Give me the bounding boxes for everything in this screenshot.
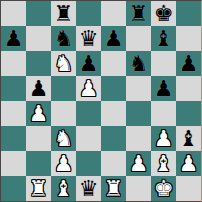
square-f6[interactable]: ♞	[126, 51, 151, 76]
black-rook-piece: ♜	[54, 1, 74, 26]
square-d4[interactable]	[76, 101, 101, 126]
square-e2[interactable]	[101, 151, 126, 176]
black-bishop-piece: ♝	[179, 126, 199, 151]
white-knight-piece: ♞	[54, 51, 74, 76]
black-pawn-piece: ♟	[104, 26, 124, 51]
square-g1[interactable]: ♚	[151, 176, 176, 201]
square-f2[interactable]: ♟	[126, 151, 151, 176]
square-g3[interactable]: ♟	[151, 126, 176, 151]
square-h8[interactable]	[176, 1, 201, 26]
chess-board: ♜♜♚♟♞♛♟♝♞♟♞♟♟♟♟♟♞♟♝♟♟♝♟♜♝♛♜♚	[0, 0, 202, 202]
square-h2[interactable]: ♟	[176, 151, 201, 176]
square-e7[interactable]: ♟	[101, 26, 126, 51]
square-a6[interactable]	[1, 51, 26, 76]
square-d1[interactable]: ♛	[76, 176, 101, 201]
black-queen-piece: ♛	[79, 176, 99, 201]
square-a3[interactable]	[1, 126, 26, 151]
square-d8[interactable]	[76, 1, 101, 26]
square-c7[interactable]: ♞	[51, 26, 76, 51]
square-f4[interactable]	[126, 101, 151, 126]
square-f1[interactable]	[126, 176, 151, 201]
white-pawn-piece: ♟	[79, 76, 99, 101]
square-c6[interactable]: ♞	[51, 51, 76, 76]
black-knight-piece: ♞	[129, 51, 149, 76]
square-b1[interactable]: ♜	[26, 176, 51, 201]
square-b2[interactable]	[26, 151, 51, 176]
square-d3[interactable]	[76, 126, 101, 151]
square-c3[interactable]: ♞	[51, 126, 76, 151]
square-c2[interactable]: ♟	[51, 151, 76, 176]
black-king-piece: ♚	[154, 1, 174, 26]
square-g4[interactable]	[151, 101, 176, 126]
black-rook-piece: ♜	[129, 1, 149, 26]
square-a8[interactable]	[1, 1, 26, 26]
white-bishop-piece: ♝	[54, 176, 74, 201]
square-c4[interactable]	[51, 101, 76, 126]
square-d7[interactable]: ♛	[76, 26, 101, 51]
square-a2[interactable]	[1, 151, 26, 176]
black-pawn-piece: ♟	[79, 51, 99, 76]
square-h4[interactable]	[176, 101, 201, 126]
square-c1[interactable]: ♝	[51, 176, 76, 201]
white-rook-piece: ♜	[29, 176, 49, 201]
square-a5[interactable]	[1, 76, 26, 101]
square-c8[interactable]: ♜	[51, 1, 76, 26]
square-g6[interactable]	[151, 51, 176, 76]
black-queen-piece: ♛	[79, 26, 99, 51]
square-a7[interactable]: ♟	[1, 26, 26, 51]
square-e4[interactable]	[101, 101, 126, 126]
square-d5[interactable]: ♟	[76, 76, 101, 101]
white-knight-piece: ♞	[54, 126, 74, 151]
white-bishop-piece: ♝	[154, 151, 174, 176]
square-b6[interactable]	[26, 51, 51, 76]
black-pawn-piece: ♟	[154, 76, 174, 101]
square-b8[interactable]	[26, 1, 51, 26]
square-e3[interactable]	[101, 126, 126, 151]
square-e8[interactable]	[101, 1, 126, 26]
square-e5[interactable]	[101, 76, 126, 101]
square-b5[interactable]: ♟	[26, 76, 51, 101]
square-d2[interactable]	[76, 151, 101, 176]
black-bishop-piece: ♝	[154, 26, 174, 51]
square-a1[interactable]	[1, 176, 26, 201]
square-h5[interactable]	[176, 76, 201, 101]
square-g8[interactable]: ♚	[151, 1, 176, 26]
black-pawn-piece: ♟	[4, 26, 24, 51]
square-c5[interactable]	[51, 76, 76, 101]
white-rook-piece: ♜	[104, 176, 124, 201]
white-king-piece: ♚	[154, 176, 174, 201]
square-b7[interactable]	[26, 26, 51, 51]
square-d6[interactable]: ♟	[76, 51, 101, 76]
square-h6[interactable]: ♟	[176, 51, 201, 76]
white-pawn-piece: ♟	[54, 151, 74, 176]
square-h3[interactable]: ♝	[176, 126, 201, 151]
square-b4[interactable]: ♟	[26, 101, 51, 126]
square-b3[interactable]	[26, 126, 51, 151]
square-a4[interactable]	[1, 101, 26, 126]
square-f5[interactable]	[126, 76, 151, 101]
square-e1[interactable]: ♜	[101, 176, 126, 201]
square-g7[interactable]: ♝	[151, 26, 176, 51]
white-pawn-piece: ♟	[129, 151, 149, 176]
white-pawn-piece: ♟	[154, 126, 174, 151]
black-knight-piece: ♞	[54, 26, 74, 51]
square-h1[interactable]	[176, 176, 201, 201]
square-e6[interactable]	[101, 51, 126, 76]
square-g5[interactable]: ♟	[151, 76, 176, 101]
square-f8[interactable]: ♜	[126, 1, 151, 26]
white-pawn-piece: ♟	[29, 101, 49, 126]
black-pawn-piece: ♟	[179, 51, 199, 76]
black-pawn-piece: ♟	[29, 76, 49, 101]
square-f3[interactable]	[126, 126, 151, 151]
square-g2[interactable]: ♝	[151, 151, 176, 176]
square-f7[interactable]	[126, 26, 151, 51]
square-h7[interactable]	[176, 26, 201, 51]
white-pawn-piece: ♟	[179, 151, 199, 176]
